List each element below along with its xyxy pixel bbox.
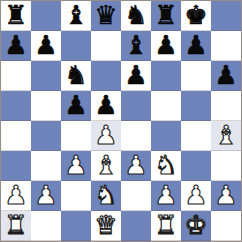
square-h1[interactable] (211, 211, 241, 241)
white-pawn: ♟ (184, 182, 207, 208)
square-d8[interactable]: ♛ (91, 1, 121, 31)
black-pawn: ♟ (124, 62, 147, 88)
square-a4[interactable] (1, 121, 31, 151)
black-bishop: ♝ (124, 32, 147, 58)
square-d3[interactable]: ♝ (91, 151, 121, 181)
white-bishop: ♝ (94, 152, 117, 178)
square-b7[interactable]: ♟ (31, 31, 61, 61)
black-pawn: ♟ (94, 92, 117, 118)
square-g2[interactable]: ♟ (181, 181, 211, 211)
square-c5[interactable]: ♟ (61, 91, 91, 121)
square-d7[interactable] (91, 31, 121, 61)
square-f1[interactable]: ♜ (151, 211, 181, 241)
square-g1[interactable]: ♚ (181, 211, 211, 241)
white-pawn: ♟ (154, 182, 177, 208)
chess-board: ♜♝♛♞♜♚♟♟♝♟♟♞♟♟♟♟♟♝♟♝♟♞♟♟♞♟♟♟♜♛♜♚ (0, 0, 242, 242)
square-d4[interactable]: ♟ (91, 121, 121, 151)
black-queen: ♛ (94, 2, 117, 28)
square-e8[interactable]: ♞ (121, 1, 151, 31)
white-pawn: ♟ (34, 182, 57, 208)
square-b5[interactable] (31, 91, 61, 121)
white-knight: ♞ (154, 152, 177, 178)
square-f7[interactable]: ♟ (151, 31, 181, 61)
square-g4[interactable] (181, 121, 211, 151)
white-pawn: ♟ (94, 122, 117, 148)
black-bishop: ♝ (64, 2, 87, 28)
square-b2[interactable]: ♟ (31, 181, 61, 211)
white-queen: ♛ (94, 212, 117, 238)
square-a3[interactable] (1, 151, 31, 181)
square-c8[interactable]: ♝ (61, 1, 91, 31)
black-pawn: ♟ (154, 32, 177, 58)
square-b1[interactable] (31, 211, 61, 241)
square-b8[interactable] (31, 1, 61, 31)
black-pawn: ♟ (214, 62, 237, 88)
square-e1[interactable] (121, 211, 151, 241)
square-h4[interactable]: ♝ (211, 121, 241, 151)
square-h2[interactable]: ♟ (211, 181, 241, 211)
square-g8[interactable]: ♚ (181, 1, 211, 31)
square-e7[interactable]: ♝ (121, 31, 151, 61)
square-e5[interactable] (121, 91, 151, 121)
square-d1[interactable]: ♛ (91, 211, 121, 241)
square-c2[interactable] (61, 181, 91, 211)
square-b3[interactable] (31, 151, 61, 181)
black-pawn: ♟ (64, 92, 87, 118)
square-d6[interactable] (91, 61, 121, 91)
square-a8[interactable]: ♜ (1, 1, 31, 31)
square-f5[interactable] (151, 91, 181, 121)
square-a1[interactable]: ♜ (1, 211, 31, 241)
square-f6[interactable] (151, 61, 181, 91)
square-d2[interactable]: ♞ (91, 181, 121, 211)
white-pawn: ♟ (124, 152, 147, 178)
black-rook: ♜ (154, 2, 177, 28)
white-pawn: ♟ (214, 182, 237, 208)
white-rook: ♜ (154, 212, 177, 238)
square-c3[interactable]: ♟ (61, 151, 91, 181)
square-f3[interactable]: ♞ (151, 151, 181, 181)
black-pawn: ♟ (34, 32, 57, 58)
square-f8[interactable]: ♜ (151, 1, 181, 31)
square-c4[interactable] (61, 121, 91, 151)
black-king: ♚ (184, 2, 207, 28)
white-bishop: ♝ (214, 122, 237, 148)
square-h6[interactable]: ♟ (211, 61, 241, 91)
square-f4[interactable] (151, 121, 181, 151)
white-pawn: ♟ (4, 182, 27, 208)
square-e4[interactable] (121, 121, 151, 151)
square-c6[interactable]: ♞ (61, 61, 91, 91)
square-g7[interactable]: ♟ (181, 31, 211, 61)
white-knight: ♞ (94, 182, 117, 208)
square-h3[interactable] (211, 151, 241, 181)
square-d5[interactable]: ♟ (91, 91, 121, 121)
square-f2[interactable]: ♟ (151, 181, 181, 211)
square-e2[interactable] (121, 181, 151, 211)
white-pawn: ♟ (64, 152, 87, 178)
black-pawn: ♟ (184, 32, 207, 58)
square-e3[interactable]: ♟ (121, 151, 151, 181)
square-e6[interactable]: ♟ (121, 61, 151, 91)
square-h8[interactable] (211, 1, 241, 31)
square-c1[interactable] (61, 211, 91, 241)
square-g3[interactable] (181, 151, 211, 181)
square-c7[interactable] (61, 31, 91, 61)
square-a2[interactable]: ♟ (1, 181, 31, 211)
black-knight: ♞ (124, 2, 147, 28)
square-h5[interactable] (211, 91, 241, 121)
square-b6[interactable] (31, 61, 61, 91)
square-a6[interactable] (1, 61, 31, 91)
square-g5[interactable] (181, 91, 211, 121)
black-pawn: ♟ (4, 32, 27, 58)
square-a7[interactable]: ♟ (1, 31, 31, 61)
black-knight: ♞ (64, 62, 87, 88)
square-h7[interactable] (211, 31, 241, 61)
white-rook: ♜ (4, 212, 27, 238)
white-king: ♚ (184, 212, 207, 238)
square-g6[interactable] (181, 61, 211, 91)
square-a5[interactable] (1, 91, 31, 121)
black-rook: ♜ (4, 2, 27, 28)
square-b4[interactable] (31, 121, 61, 151)
